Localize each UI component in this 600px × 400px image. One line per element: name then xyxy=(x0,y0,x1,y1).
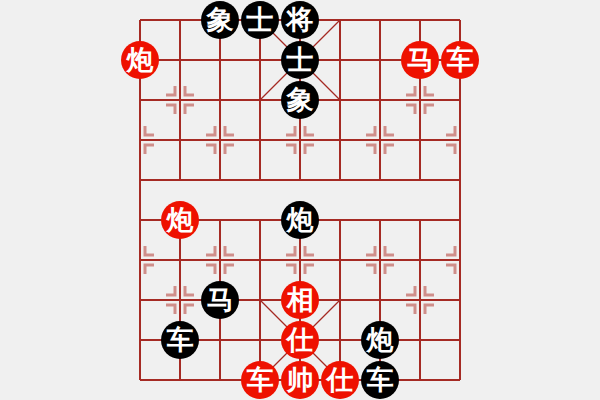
piece-red-chariot[interactable]: 车 xyxy=(241,361,279,399)
piece-black-elephant[interactable]: 象 xyxy=(201,1,239,39)
xiangqi-app: 象士将炮士马车象炮炮马相车仕炮车帅仕车 xyxy=(0,0,600,400)
piece-black-elephant[interactable]: 象 xyxy=(281,81,319,119)
piece-red-cannon[interactable]: 炮 xyxy=(121,41,159,79)
piece-red-cannon[interactable]: 炮 xyxy=(161,201,199,239)
piece-red-advisor[interactable]: 仕 xyxy=(321,361,359,399)
piece-red-general[interactable]: 帅 xyxy=(281,361,319,399)
piece-black-cannon[interactable]: 炮 xyxy=(361,321,399,359)
piece-red-advisor[interactable]: 仕 xyxy=(281,321,319,359)
piece-black-horse[interactable]: 马 xyxy=(201,281,239,319)
piece-black-chariot[interactable]: 车 xyxy=(161,321,199,359)
piece-black-cannon[interactable]: 炮 xyxy=(281,201,319,239)
piece-black-chariot[interactable]: 车 xyxy=(361,361,399,399)
piece-red-chariot[interactable]: 车 xyxy=(441,41,479,79)
piece-black-general[interactable]: 将 xyxy=(281,1,319,39)
xiangqi-board[interactable]: 象士将炮士马车象炮炮马相车仕炮车帅仕车 xyxy=(120,0,480,400)
piece-red-elephant[interactable]: 相 xyxy=(281,281,319,319)
piece-black-advisor[interactable]: 士 xyxy=(241,1,279,39)
piece-red-horse[interactable]: 马 xyxy=(401,41,439,79)
piece-black-advisor[interactable]: 士 xyxy=(281,41,319,79)
